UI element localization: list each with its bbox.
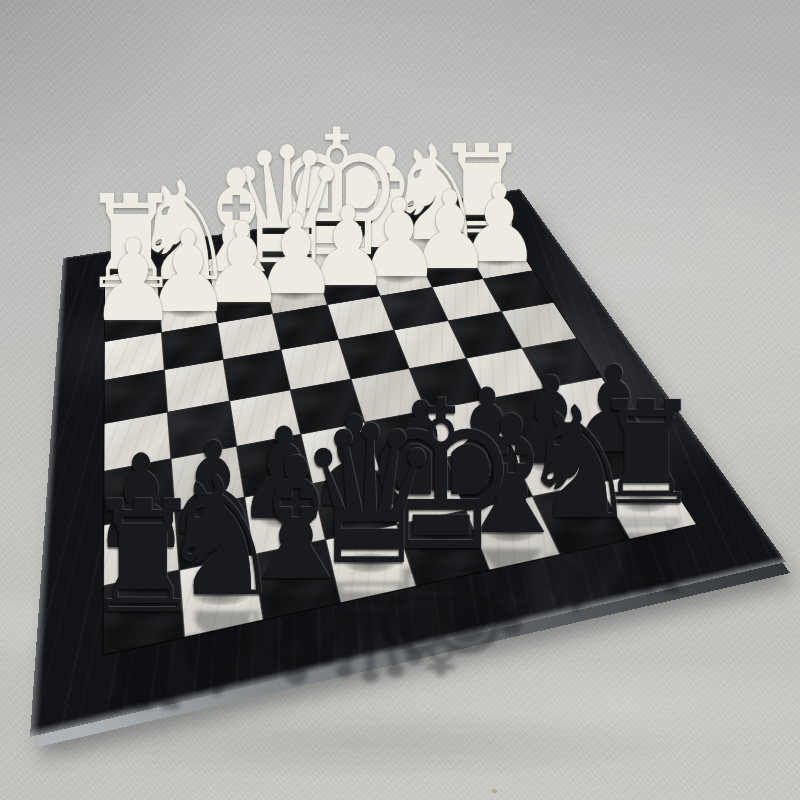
piece-wP-h2[interactable]: ♟ <box>89 224 177 338</box>
scene-background: ♜♞♝♚♟♛♟♝♟♞♟♜♟♟♟♟♟♟♟♟♜♜♟♞♞♟♝♝♟♟♚♚♛♛♝♝♞♞♜♜ <box>0 0 800 800</box>
piece-bR-h8[interactable]: ♜ <box>83 481 202 636</box>
pieces-layer: ♜♞♝♚♟♛♟♝♟♞♟♜♟♟♟♟♟♟♟♟♜♜♟♞♞♟♝♝♟♟♚♚♛♛♝♝♞♞♜♜ <box>0 0 800 800</box>
crumb-speck <box>492 789 497 793</box>
